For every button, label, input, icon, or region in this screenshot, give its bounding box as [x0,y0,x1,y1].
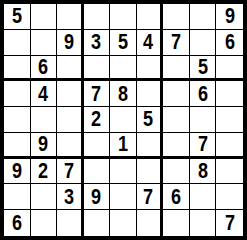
given-digit: 8 [198,160,208,182]
given-digit: 9 [64,31,74,53]
cell-r4c8: 6 [190,81,217,107]
cell-r9c6[interactable] [137,210,164,236]
cell-r2c7: 7 [163,30,190,56]
cell-r9c1: 6 [4,210,31,236]
given-digit: 3 [64,186,74,208]
cell-r8c4: 9 [84,184,111,210]
cell-r2c6: 4 [137,30,164,56]
given-digit: 9 [38,133,48,155]
given-digit: 6 [225,31,235,53]
cell-r7c2: 2 [31,159,58,185]
sudoku-board: 59935476654786259179278397667 [0,0,247,240]
cell-r6c9[interactable] [216,133,243,159]
cell-r6c3[interactable] [57,133,84,159]
cell-r1c8[interactable] [190,4,217,30]
cell-r4c3[interactable] [57,81,84,107]
cell-r5c6: 5 [137,107,164,133]
given-digit: 9 [225,5,235,27]
cell-r5c2[interactable] [31,107,58,133]
cell-r8c1[interactable] [4,184,31,210]
given-digit: 9 [91,186,101,208]
cell-r3c5[interactable] [110,56,137,82]
given-digit: 7 [171,31,181,53]
cell-r3c9[interactable] [216,56,243,82]
cell-r4c5: 8 [110,81,137,107]
cell-r2c2[interactable] [31,30,58,56]
cell-r4c7[interactable] [163,81,190,107]
given-digit: 7 [91,83,101,105]
cell-r3c8: 5 [190,56,217,82]
cell-r3c1[interactable] [4,56,31,82]
given-digit: 6 [198,83,208,105]
cell-r8c6: 7 [137,184,164,210]
cell-r5c1[interactable] [4,107,31,133]
cell-r4c2: 4 [31,81,58,107]
cell-r8c8[interactable] [190,184,217,210]
cell-r3c2: 6 [31,56,58,82]
cell-r2c3: 9 [57,30,84,56]
given-digit: 7 [198,133,208,155]
cell-r2c9: 6 [216,30,243,56]
cell-r5c8[interactable] [190,107,217,133]
cell-r8c7: 6 [163,184,190,210]
cell-r6c7[interactable] [163,133,190,159]
given-digit: 2 [91,108,101,130]
given-digit: 5 [198,56,208,78]
cell-r2c5: 5 [110,30,137,56]
given-digit: 6 [171,186,181,208]
cell-r5c4: 2 [84,107,111,133]
cell-r5c7[interactable] [163,107,190,133]
cell-r4c9[interactable] [216,81,243,107]
cell-r1c1: 5 [4,4,31,30]
cell-r1c9: 9 [216,4,243,30]
cell-r7c9[interactable] [216,159,243,185]
cell-r8c9[interactable] [216,184,243,210]
given-digit: 5 [12,5,22,27]
cell-r1c4[interactable] [84,4,111,30]
cell-r6c6[interactable] [137,133,164,159]
given-digit: 8 [118,83,128,105]
given-digit: 4 [144,31,154,53]
cell-r1c6[interactable] [137,4,164,30]
cell-r1c5[interactable] [110,4,137,30]
cell-r9c2[interactable] [31,210,58,236]
cell-r6c8: 7 [190,133,217,159]
cell-r3c3[interactable] [57,56,84,82]
cell-r6c5: 1 [110,133,137,159]
cell-r7c1: 9 [4,159,31,185]
cell-r9c9: 7 [216,210,243,236]
cell-r7c7[interactable] [163,159,190,185]
cell-r1c7[interactable] [163,4,190,30]
cell-r9c5[interactable] [110,210,137,236]
cell-r7c3: 7 [57,159,84,185]
cell-r1c3[interactable] [57,4,84,30]
cell-r6c2: 9 [31,133,58,159]
cell-r9c4[interactable] [84,210,111,236]
cell-r4c6[interactable] [137,81,164,107]
cell-r4c4: 7 [84,81,111,107]
cell-r2c1[interactable] [4,30,31,56]
given-digit: 1 [118,133,128,155]
cell-r3c4[interactable] [84,56,111,82]
cell-r7c5[interactable] [110,159,137,185]
given-digit: 7 [225,212,235,234]
cell-r5c9[interactable] [216,107,243,133]
cell-r6c4[interactable] [84,133,111,159]
cell-r9c3[interactable] [57,210,84,236]
cell-r9c7[interactable] [163,210,190,236]
given-digit: 5 [144,108,154,130]
cell-r7c4[interactable] [84,159,111,185]
cell-r2c4: 3 [84,30,111,56]
given-digit: 7 [144,186,154,208]
cell-r2c8[interactable] [190,30,217,56]
cell-r3c7[interactable] [163,56,190,82]
given-digit: 3 [91,31,101,53]
given-digit: 7 [64,160,74,182]
given-digit: 9 [12,160,22,182]
cell-r5c3[interactable] [57,107,84,133]
cell-r8c3: 3 [57,184,84,210]
given-digit: 5 [118,31,128,53]
cell-r8c2[interactable] [31,184,58,210]
given-digit: 6 [38,56,48,78]
cell-r7c6[interactable] [137,159,164,185]
cell-r4c1[interactable] [4,81,31,107]
cell-r7c8: 8 [190,159,217,185]
cell-r8c5[interactable] [110,184,137,210]
cell-r6c1[interactable] [4,133,31,159]
cell-r1c2[interactable] [31,4,58,30]
cell-r5c5[interactable] [110,107,137,133]
given-digit: 4 [38,83,48,105]
cell-r3c6[interactable] [137,56,164,82]
given-digit: 2 [38,160,48,182]
given-digit: 6 [12,212,22,234]
cell-r9c8[interactable] [190,210,217,236]
